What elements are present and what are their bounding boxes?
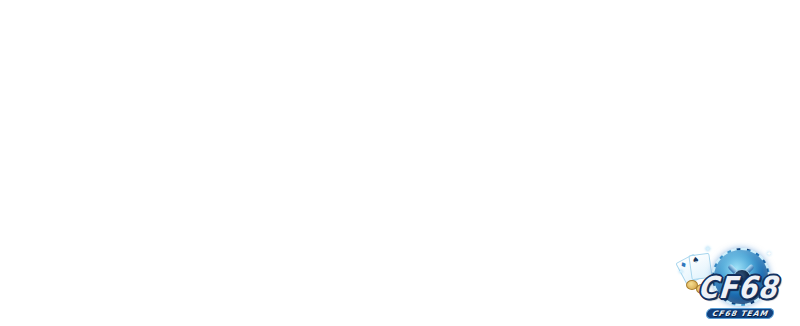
product-photo-chess-set: ♦ ♠ ✦ ✦ ✦ ✦ CF68 CF68 TEAM bbox=[0, 0, 800, 326]
sparkle-icon: ✦ bbox=[766, 250, 772, 258]
sparkle-icon: ✦ bbox=[704, 244, 712, 254]
watermark-brand-text: CF68 bbox=[673, 270, 800, 305]
watermark-tagline-text: CF68 TEAM bbox=[705, 308, 775, 319]
watermark-logo: ♦ ♠ ✦ ✦ ✦ ✦ CF68 CF68 TEAM bbox=[680, 248, 798, 320]
watermark-tagline: CF68 TEAM bbox=[680, 301, 800, 320]
